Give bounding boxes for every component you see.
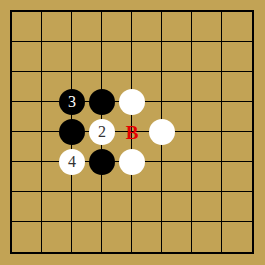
white-stone bbox=[149, 119, 175, 145]
board-cell bbox=[42, 42, 72, 72]
stone-move-number: 3 bbox=[68, 94, 76, 110]
black-stone bbox=[89, 149, 115, 175]
board-cell bbox=[42, 222, 72, 252]
board-cell bbox=[12, 12, 42, 42]
black-stone bbox=[89, 89, 115, 115]
board-cell bbox=[162, 72, 192, 102]
board-cell bbox=[222, 72, 252, 102]
board-cell bbox=[192, 102, 222, 132]
board-cell bbox=[12, 132, 42, 162]
board-cell bbox=[42, 192, 72, 222]
board-cell bbox=[132, 42, 162, 72]
board-cell bbox=[72, 192, 102, 222]
board-cell bbox=[222, 132, 252, 162]
board-cell bbox=[222, 12, 252, 42]
board-cell bbox=[162, 222, 192, 252]
stone-move-number: 4 bbox=[68, 154, 76, 170]
board-cell bbox=[162, 192, 192, 222]
board-cell bbox=[132, 222, 162, 252]
board-cell bbox=[222, 102, 252, 132]
board-cell bbox=[192, 162, 222, 192]
board-cell bbox=[222, 192, 252, 222]
board-cell bbox=[12, 102, 42, 132]
board-cell bbox=[222, 222, 252, 252]
board-cell bbox=[102, 12, 132, 42]
board-cell bbox=[72, 12, 102, 42]
board-cell bbox=[102, 222, 132, 252]
black-stone bbox=[59, 119, 85, 145]
white-stone: 4 bbox=[59, 149, 85, 175]
board-cell bbox=[222, 162, 252, 192]
board-cell bbox=[42, 12, 72, 42]
board-cell bbox=[12, 42, 42, 72]
black-stone: 3 bbox=[59, 89, 85, 115]
board-cell bbox=[192, 72, 222, 102]
point-label-B: B bbox=[117, 117, 147, 147]
white-stone bbox=[119, 89, 145, 115]
board-cell bbox=[192, 132, 222, 162]
go-board: 324B bbox=[0, 0, 265, 265]
board-cell bbox=[102, 192, 132, 222]
board-cell bbox=[12, 192, 42, 222]
board-cell bbox=[132, 12, 162, 42]
board-cell bbox=[102, 42, 132, 72]
board-cell bbox=[192, 222, 222, 252]
board-cell bbox=[162, 42, 192, 72]
board-cell bbox=[192, 192, 222, 222]
board-cell bbox=[192, 12, 222, 42]
board-cell bbox=[162, 12, 192, 42]
board-cell bbox=[12, 222, 42, 252]
board-cell bbox=[72, 222, 102, 252]
white-stone bbox=[119, 149, 145, 175]
board-cell bbox=[132, 192, 162, 222]
board-cell bbox=[12, 162, 42, 192]
board-cell bbox=[162, 162, 192, 192]
board-cell bbox=[192, 42, 222, 72]
stone-move-number: 2 bbox=[98, 124, 106, 140]
white-stone: 2 bbox=[89, 119, 115, 145]
board-cell bbox=[12, 72, 42, 102]
board-cell bbox=[222, 42, 252, 72]
board-cell bbox=[72, 42, 102, 72]
